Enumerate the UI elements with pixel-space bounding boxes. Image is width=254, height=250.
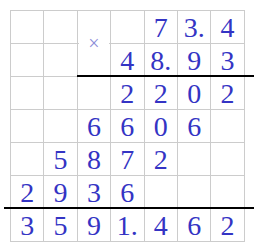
grid-cell-r5c1 <box>11 143 44 176</box>
grid-cell-r6c2: 9 <box>44 176 77 209</box>
grid-cell-r5c5: 2 <box>145 143 178 176</box>
grid-cell-r6c7 <box>211 176 244 209</box>
grid-cell-r6c5 <box>145 176 178 209</box>
grid-cell-r2c6: 9 <box>178 44 211 77</box>
grid-cell-r7c5: 4 <box>145 209 178 242</box>
grid-cell-r5c3: 8 <box>78 143 111 176</box>
grid-cell-r1c6: 3. <box>178 11 211 44</box>
grid-cell-r3c6: 0 <box>178 77 211 110</box>
grid-cell-r7c3: 9 <box>78 209 111 242</box>
grid-cell-r7c2: 5 <box>44 209 77 242</box>
grid-cell-r4c3: 6 <box>78 110 111 143</box>
grid-cell-r5c7 <box>211 143 244 176</box>
grid-cell-r7c6: 6 <box>178 209 211 242</box>
grid-cell-r1c1 <box>11 11 44 44</box>
grid-cell-r7c1: 3 <box>11 209 44 242</box>
grid-cell-r5c6 <box>178 143 211 176</box>
grid-cell-r4c1 <box>11 110 44 143</box>
grid-cell-r3c7: 2 <box>211 77 244 110</box>
grid-cell-r2c5: 8. <box>145 44 178 77</box>
grid-cell-r6c4: 6 <box>111 176 144 209</box>
grid-cell-r4c4: 6 <box>111 110 144 143</box>
grid-cell-r2c1 <box>11 44 44 77</box>
grid-cell-r3c3 <box>78 77 111 110</box>
grid-cell-r1c2 <box>44 11 77 44</box>
grid-cell-r4c5: 0 <box>145 110 178 143</box>
grid-cell-r4c7 <box>211 110 244 143</box>
grid-cell-r3c1 <box>11 77 44 110</box>
grid-cell-r1c4 <box>111 11 144 44</box>
grid-cell-r7c4: 1. <box>111 209 144 242</box>
grid-cell-r2c7: 3 <box>211 44 244 77</box>
grid-cell-r1c7: 4 <box>211 11 244 44</box>
worksheet-canvas: 73.448.9322026606587229363591.462 × <box>0 0 254 250</box>
grid-cell-r2c4: 4 <box>111 44 144 77</box>
grid-cell-r6c6 <box>178 176 211 209</box>
grid-cell-r5c4: 7 <box>111 143 144 176</box>
grid-cell-r6c3: 3 <box>78 176 111 209</box>
grid-cell-r7c7: 2 <box>211 209 244 242</box>
grid-cell-r3c5: 2 <box>145 77 178 110</box>
grid-cell-r3c4: 2 <box>111 77 144 110</box>
grid-cell-r3c2 <box>44 77 77 110</box>
multiply-sign: × <box>79 12 109 74</box>
product-rule-line <box>4 207 254 209</box>
grid-cell-r4c6: 6 <box>178 110 211 143</box>
multiplier-rule-line <box>77 75 254 77</box>
grid-cell-r5c2: 5 <box>44 143 77 176</box>
grid-cell-r1c5: 7 <box>145 11 178 44</box>
grid-cell-r4c2 <box>44 110 77 143</box>
grid-cell-r6c1: 2 <box>11 176 44 209</box>
grid-cell-r2c2 <box>44 44 77 77</box>
